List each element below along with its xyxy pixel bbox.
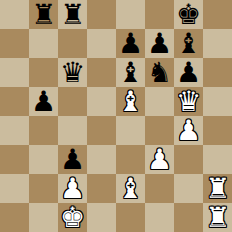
square-e2[interactable]: ♝ bbox=[116, 174, 145, 203]
square-d7[interactable] bbox=[87, 29, 116, 58]
square-g5[interactable]: ♛ bbox=[174, 87, 203, 116]
square-b2[interactable] bbox=[29, 174, 58, 203]
square-a8[interactable] bbox=[0, 0, 29, 29]
piece-white-king[interactable]: ♚ bbox=[60, 203, 85, 232]
square-h5[interactable] bbox=[203, 87, 232, 116]
square-f1[interactable] bbox=[145, 203, 174, 232]
square-h2[interactable]: ♜ bbox=[203, 174, 232, 203]
piece-white-rook[interactable]: ♜ bbox=[205, 203, 230, 232]
square-g3[interactable] bbox=[174, 145, 203, 174]
square-a1[interactable] bbox=[0, 203, 29, 232]
square-f6[interactable]: ♞ bbox=[145, 58, 174, 87]
square-f8[interactable] bbox=[145, 0, 174, 29]
square-f5[interactable] bbox=[145, 87, 174, 116]
square-c2[interactable]: ♟ bbox=[58, 174, 87, 203]
piece-white-pawn[interactable]: ♟ bbox=[60, 174, 85, 203]
piece-black-pawn[interactable]: ♟ bbox=[147, 29, 172, 58]
square-c5[interactable] bbox=[58, 87, 87, 116]
piece-black-queen[interactable]: ♛ bbox=[60, 58, 85, 87]
square-h6[interactable] bbox=[203, 58, 232, 87]
square-e7[interactable]: ♟ bbox=[116, 29, 145, 58]
square-a3[interactable] bbox=[0, 145, 29, 174]
piece-black-knight[interactable]: ♞ bbox=[147, 58, 172, 87]
square-a7[interactable] bbox=[0, 29, 29, 58]
square-b8[interactable]: ♜ bbox=[29, 0, 58, 29]
piece-black-rook[interactable]: ♜ bbox=[60, 0, 85, 29]
square-a4[interactable] bbox=[0, 116, 29, 145]
square-a2[interactable] bbox=[0, 174, 29, 203]
square-d8[interactable] bbox=[87, 0, 116, 29]
square-h8[interactable] bbox=[203, 0, 232, 29]
piece-black-pawn[interactable]: ♟ bbox=[31, 87, 56, 116]
square-b4[interactable] bbox=[29, 116, 58, 145]
square-e8[interactable] bbox=[116, 0, 145, 29]
piece-black-rook[interactable]: ♜ bbox=[31, 0, 56, 29]
square-h3[interactable] bbox=[203, 145, 232, 174]
piece-black-pawn[interactable]: ♟ bbox=[60, 145, 85, 174]
square-c7[interactable] bbox=[58, 29, 87, 58]
piece-black-pawn[interactable]: ♟ bbox=[176, 58, 201, 87]
square-g4[interactable]: ♟ bbox=[174, 116, 203, 145]
piece-black-pawn[interactable]: ♟ bbox=[118, 29, 143, 58]
square-g6[interactable]: ♟ bbox=[174, 58, 203, 87]
square-b5[interactable]: ♟ bbox=[29, 87, 58, 116]
square-d6[interactable] bbox=[87, 58, 116, 87]
piece-white-bishop[interactable]: ♝ bbox=[118, 87, 143, 116]
piece-white-queen[interactable]: ♛ bbox=[176, 87, 201, 116]
square-g1[interactable] bbox=[174, 203, 203, 232]
square-d5[interactable] bbox=[87, 87, 116, 116]
square-f7[interactable]: ♟ bbox=[145, 29, 174, 58]
piece-white-pawn[interactable]: ♟ bbox=[147, 145, 172, 174]
piece-white-rook[interactable]: ♜ bbox=[205, 174, 230, 203]
square-g2[interactable] bbox=[174, 174, 203, 203]
square-c3[interactable]: ♟ bbox=[58, 145, 87, 174]
square-f4[interactable] bbox=[145, 116, 174, 145]
square-e4[interactable] bbox=[116, 116, 145, 145]
square-d1[interactable] bbox=[87, 203, 116, 232]
square-e3[interactable] bbox=[116, 145, 145, 174]
square-f3[interactable]: ♟ bbox=[145, 145, 174, 174]
square-b1[interactable] bbox=[29, 203, 58, 232]
square-c1[interactable]: ♚ bbox=[58, 203, 87, 232]
piece-white-bishop[interactable]: ♝ bbox=[118, 174, 143, 203]
chess-board: ♜♜♚♟♟♝♛♝♞♟♟♝♛♟♟♟♟♝♜♚♜ bbox=[0, 0, 232, 232]
square-a5[interactable] bbox=[0, 87, 29, 116]
square-g8[interactable]: ♚ bbox=[174, 0, 203, 29]
square-d3[interactable] bbox=[87, 145, 116, 174]
square-e1[interactable] bbox=[116, 203, 145, 232]
square-e6[interactable]: ♝ bbox=[116, 58, 145, 87]
piece-black-bishop[interactable]: ♝ bbox=[118, 58, 143, 87]
square-d2[interactable] bbox=[87, 174, 116, 203]
square-e5[interactable]: ♝ bbox=[116, 87, 145, 116]
square-c6[interactable]: ♛ bbox=[58, 58, 87, 87]
square-h7[interactable] bbox=[203, 29, 232, 58]
square-a6[interactable] bbox=[0, 58, 29, 87]
square-h4[interactable] bbox=[203, 116, 232, 145]
piece-white-pawn[interactable]: ♟ bbox=[176, 116, 201, 145]
piece-black-king[interactable]: ♚ bbox=[176, 0, 201, 29]
square-c4[interactable] bbox=[58, 116, 87, 145]
square-b6[interactable] bbox=[29, 58, 58, 87]
square-g7[interactable]: ♝ bbox=[174, 29, 203, 58]
square-d4[interactable] bbox=[87, 116, 116, 145]
piece-black-bishop[interactable]: ♝ bbox=[176, 29, 201, 58]
square-b3[interactable] bbox=[29, 145, 58, 174]
square-h1[interactable]: ♜ bbox=[203, 203, 232, 232]
square-f2[interactable] bbox=[145, 174, 174, 203]
square-c8[interactable]: ♜ bbox=[58, 0, 87, 29]
square-b7[interactable] bbox=[29, 29, 58, 58]
